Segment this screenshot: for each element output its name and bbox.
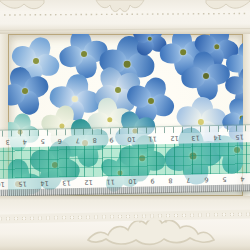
bottom-scroll-ornament [88, 218, 214, 245]
ruler-number: 5 [222, 176, 226, 183]
flower-center [180, 49, 186, 55]
ruler-number: 6 [58, 138, 62, 145]
ruler-number: 15 [18, 180, 26, 187]
frame-top-ornaments [0, 0, 250, 34]
ruler-number: 11 [107, 178, 115, 185]
ruler-number: 16 [0, 181, 5, 188]
ruler-number: 7 [187, 177, 191, 184]
ruler-number: 12 [85, 179, 93, 186]
ruler-number: 12 [170, 135, 178, 142]
ruler-number: 7 [75, 137, 79, 144]
frame-top [0, 0, 250, 34]
ruler-number: 10 [129, 178, 137, 185]
grid-ruler: 3456789101112131415 16151413121110987654 [0, 124, 250, 197]
ruler-number: 14 [41, 180, 49, 187]
flower-center [203, 73, 209, 79]
ruler-number: 9 [110, 136, 114, 143]
ruler-number: 3 [5, 139, 9, 146]
ruler-number: 11 [149, 136, 157, 143]
top-center-crest-ornament [96, 0, 144, 12]
flower-center [115, 87, 121, 93]
ruler-number: 14 [213, 134, 221, 141]
flower-center [124, 61, 131, 68]
ruler-number: 9 [151, 178, 155, 185]
ruler-number: 13 [63, 179, 71, 186]
ruler-number: 4 [23, 138, 27, 145]
flower-center [81, 51, 87, 57]
flower-center [148, 98, 154, 104]
photo: 3456789101112131415 16151413121110987654 [0, 0, 250, 250]
ruler-number: 10 [127, 136, 135, 143]
flower-center [33, 58, 39, 64]
top-right-scroll-ornament [206, 0, 250, 9]
ruler-number: 8 [92, 137, 96, 144]
ruler-number: 5 [40, 138, 44, 145]
stitch-line [4, 14, 246, 16]
frame-bottom [0, 196, 250, 250]
ruler-number: 6 [204, 176, 208, 183]
ruler-number: 15 [235, 134, 243, 141]
ruler-number: 8 [169, 177, 173, 184]
top-left-scroll-ornament [0, 0, 44, 9]
frame-bottom-ornament [0, 196, 250, 250]
ruler-number: 4 [240, 176, 244, 183]
ruler-number: 13 [192, 135, 200, 142]
flower-center [22, 88, 28, 94]
